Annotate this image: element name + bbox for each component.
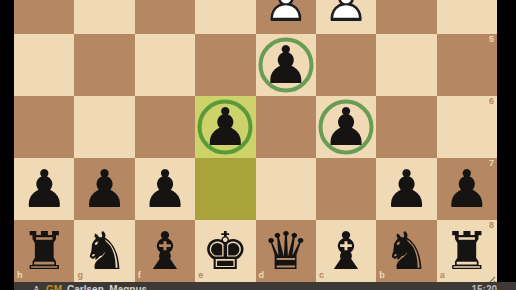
file-coordinate-g: g bbox=[77, 271, 83, 280]
piece-bP-c6[interactable]: ♟ bbox=[316, 96, 376, 158]
square-b7[interactable]: ♟ bbox=[376, 158, 436, 220]
square-d5[interactable]: ♟ bbox=[256, 34, 316, 96]
square-d7[interactable] bbox=[256, 158, 316, 220]
square-e7[interactable] bbox=[195, 158, 255, 220]
rank-coordinate-5: 5 bbox=[489, 35, 494, 44]
piece-bK-e8[interactable]: ♚ bbox=[195, 220, 255, 282]
piece-bR-h8[interactable]: ♜ bbox=[14, 220, 74, 282]
green-circle-annotation-e6 bbox=[198, 100, 253, 155]
file-coordinate-e: e bbox=[198, 271, 203, 280]
file-coordinate-d: d bbox=[259, 271, 265, 280]
file-coordinate-f: f bbox=[138, 271, 141, 280]
file-coordinate-a: a bbox=[440, 271, 445, 280]
green-circle-annotation-c6 bbox=[319, 100, 374, 155]
piece-wP-d4[interactable]: ♙ bbox=[256, 0, 316, 34]
square-c5[interactable] bbox=[316, 34, 376, 96]
piece-white-fill-d4: ♟ bbox=[256, 0, 316, 34]
square-c8[interactable]: ♝c bbox=[316, 220, 376, 282]
square-b5[interactable] bbox=[376, 34, 436, 96]
piece-bB-c8[interactable]: ♝ bbox=[316, 220, 376, 282]
white-pawn-icon: ♙ bbox=[32, 285, 41, 290]
board-resize-handle-icon[interactable] bbox=[486, 271, 496, 281]
piece-bP-a7[interactable]: ♟ bbox=[437, 158, 497, 220]
piece-bN-b8[interactable]: ♞ bbox=[376, 220, 436, 282]
piece-bP-b7[interactable]: ♟ bbox=[376, 158, 436, 220]
piece-white-fill-c4: ♟ bbox=[316, 0, 376, 34]
chess-board: ♟♙♟♙♟5♟♟6♟♟♟♟♟7♜h♞g♝f♚e♛d♝c♞b♜8a bbox=[14, 0, 497, 282]
player-bar: ♙ GM Carlsen, Magnus 15:20 bbox=[14, 282, 516, 290]
square-g8[interactable]: ♞g bbox=[74, 220, 134, 282]
square-c4[interactable]: ♟♙ bbox=[316, 0, 376, 34]
square-a7[interactable]: ♟7 bbox=[437, 158, 497, 220]
player-title-badge: GM bbox=[46, 285, 62, 290]
piece-bP-d5[interactable]: ♟ bbox=[256, 34, 316, 96]
piece-bQ-d8[interactable]: ♛ bbox=[256, 220, 316, 282]
green-circle-annotation-d5 bbox=[258, 38, 313, 93]
file-coordinate-c: c bbox=[319, 271, 324, 280]
square-e8[interactable]: ♚e bbox=[195, 220, 255, 282]
rank-coordinate-6: 6 bbox=[489, 97, 494, 106]
player-name: Carlsen, Magnus bbox=[67, 285, 147, 290]
square-f6[interactable] bbox=[135, 96, 195, 158]
square-h6[interactable] bbox=[14, 96, 74, 158]
square-h8[interactable]: ♜h bbox=[14, 220, 74, 282]
square-c7[interactable] bbox=[316, 158, 376, 220]
square-c6[interactable]: ♟ bbox=[316, 96, 376, 158]
square-b6[interactable] bbox=[376, 96, 436, 158]
piece-bB-f8[interactable]: ♝ bbox=[135, 220, 195, 282]
square-d6[interactable] bbox=[256, 96, 316, 158]
square-e4[interactable] bbox=[195, 0, 255, 34]
piece-bP-g7[interactable]: ♟ bbox=[74, 158, 134, 220]
file-coordinate-b: b bbox=[379, 271, 385, 280]
piece-bP-h7[interactable]: ♟ bbox=[14, 158, 74, 220]
square-b4[interactable] bbox=[376, 0, 436, 34]
square-d4[interactable]: ♟♙ bbox=[256, 0, 316, 34]
player-clock: 15:20 bbox=[471, 285, 497, 290]
piece-wP-c4[interactable]: ♙ bbox=[316, 0, 376, 34]
square-f7[interactable]: ♟ bbox=[135, 158, 195, 220]
square-e5[interactable] bbox=[195, 34, 255, 96]
square-g6[interactable] bbox=[74, 96, 134, 158]
square-g4[interactable] bbox=[74, 0, 134, 34]
square-a6[interactable]: 6 bbox=[437, 96, 497, 158]
file-coordinate-h: h bbox=[17, 271, 23, 280]
square-f4[interactable] bbox=[135, 0, 195, 34]
piece-bN-g8[interactable]: ♞ bbox=[74, 220, 134, 282]
square-f8[interactable]: ♝f bbox=[135, 220, 195, 282]
rank-coordinate-7: 7 bbox=[489, 159, 494, 168]
square-f5[interactable] bbox=[135, 34, 195, 96]
square-e6[interactable]: ♟ bbox=[195, 96, 255, 158]
square-g5[interactable] bbox=[74, 34, 134, 96]
square-a8[interactable]: ♜8a bbox=[437, 220, 497, 282]
rank-coordinate-8: 8 bbox=[489, 221, 494, 230]
square-g7[interactable]: ♟ bbox=[74, 158, 134, 220]
square-h7[interactable]: ♟ bbox=[14, 158, 74, 220]
square-b8[interactable]: ♞b bbox=[376, 220, 436, 282]
square-h5[interactable] bbox=[14, 34, 74, 96]
video-frame: ♟♙♟♙♟5♟♟6♟♟♟♟♟7♜h♞g♝f♚e♛d♝c♞b♜8a ♙ GM Ca… bbox=[0, 0, 516, 290]
square-d8[interactable]: ♛d bbox=[256, 220, 316, 282]
square-h4[interactable] bbox=[14, 0, 74, 34]
piece-bP-f7[interactable]: ♟ bbox=[135, 158, 195, 220]
square-a4[interactable] bbox=[437, 0, 497, 34]
square-a5[interactable]: 5 bbox=[437, 34, 497, 96]
piece-bP-e6[interactable]: ♟ bbox=[195, 96, 255, 158]
